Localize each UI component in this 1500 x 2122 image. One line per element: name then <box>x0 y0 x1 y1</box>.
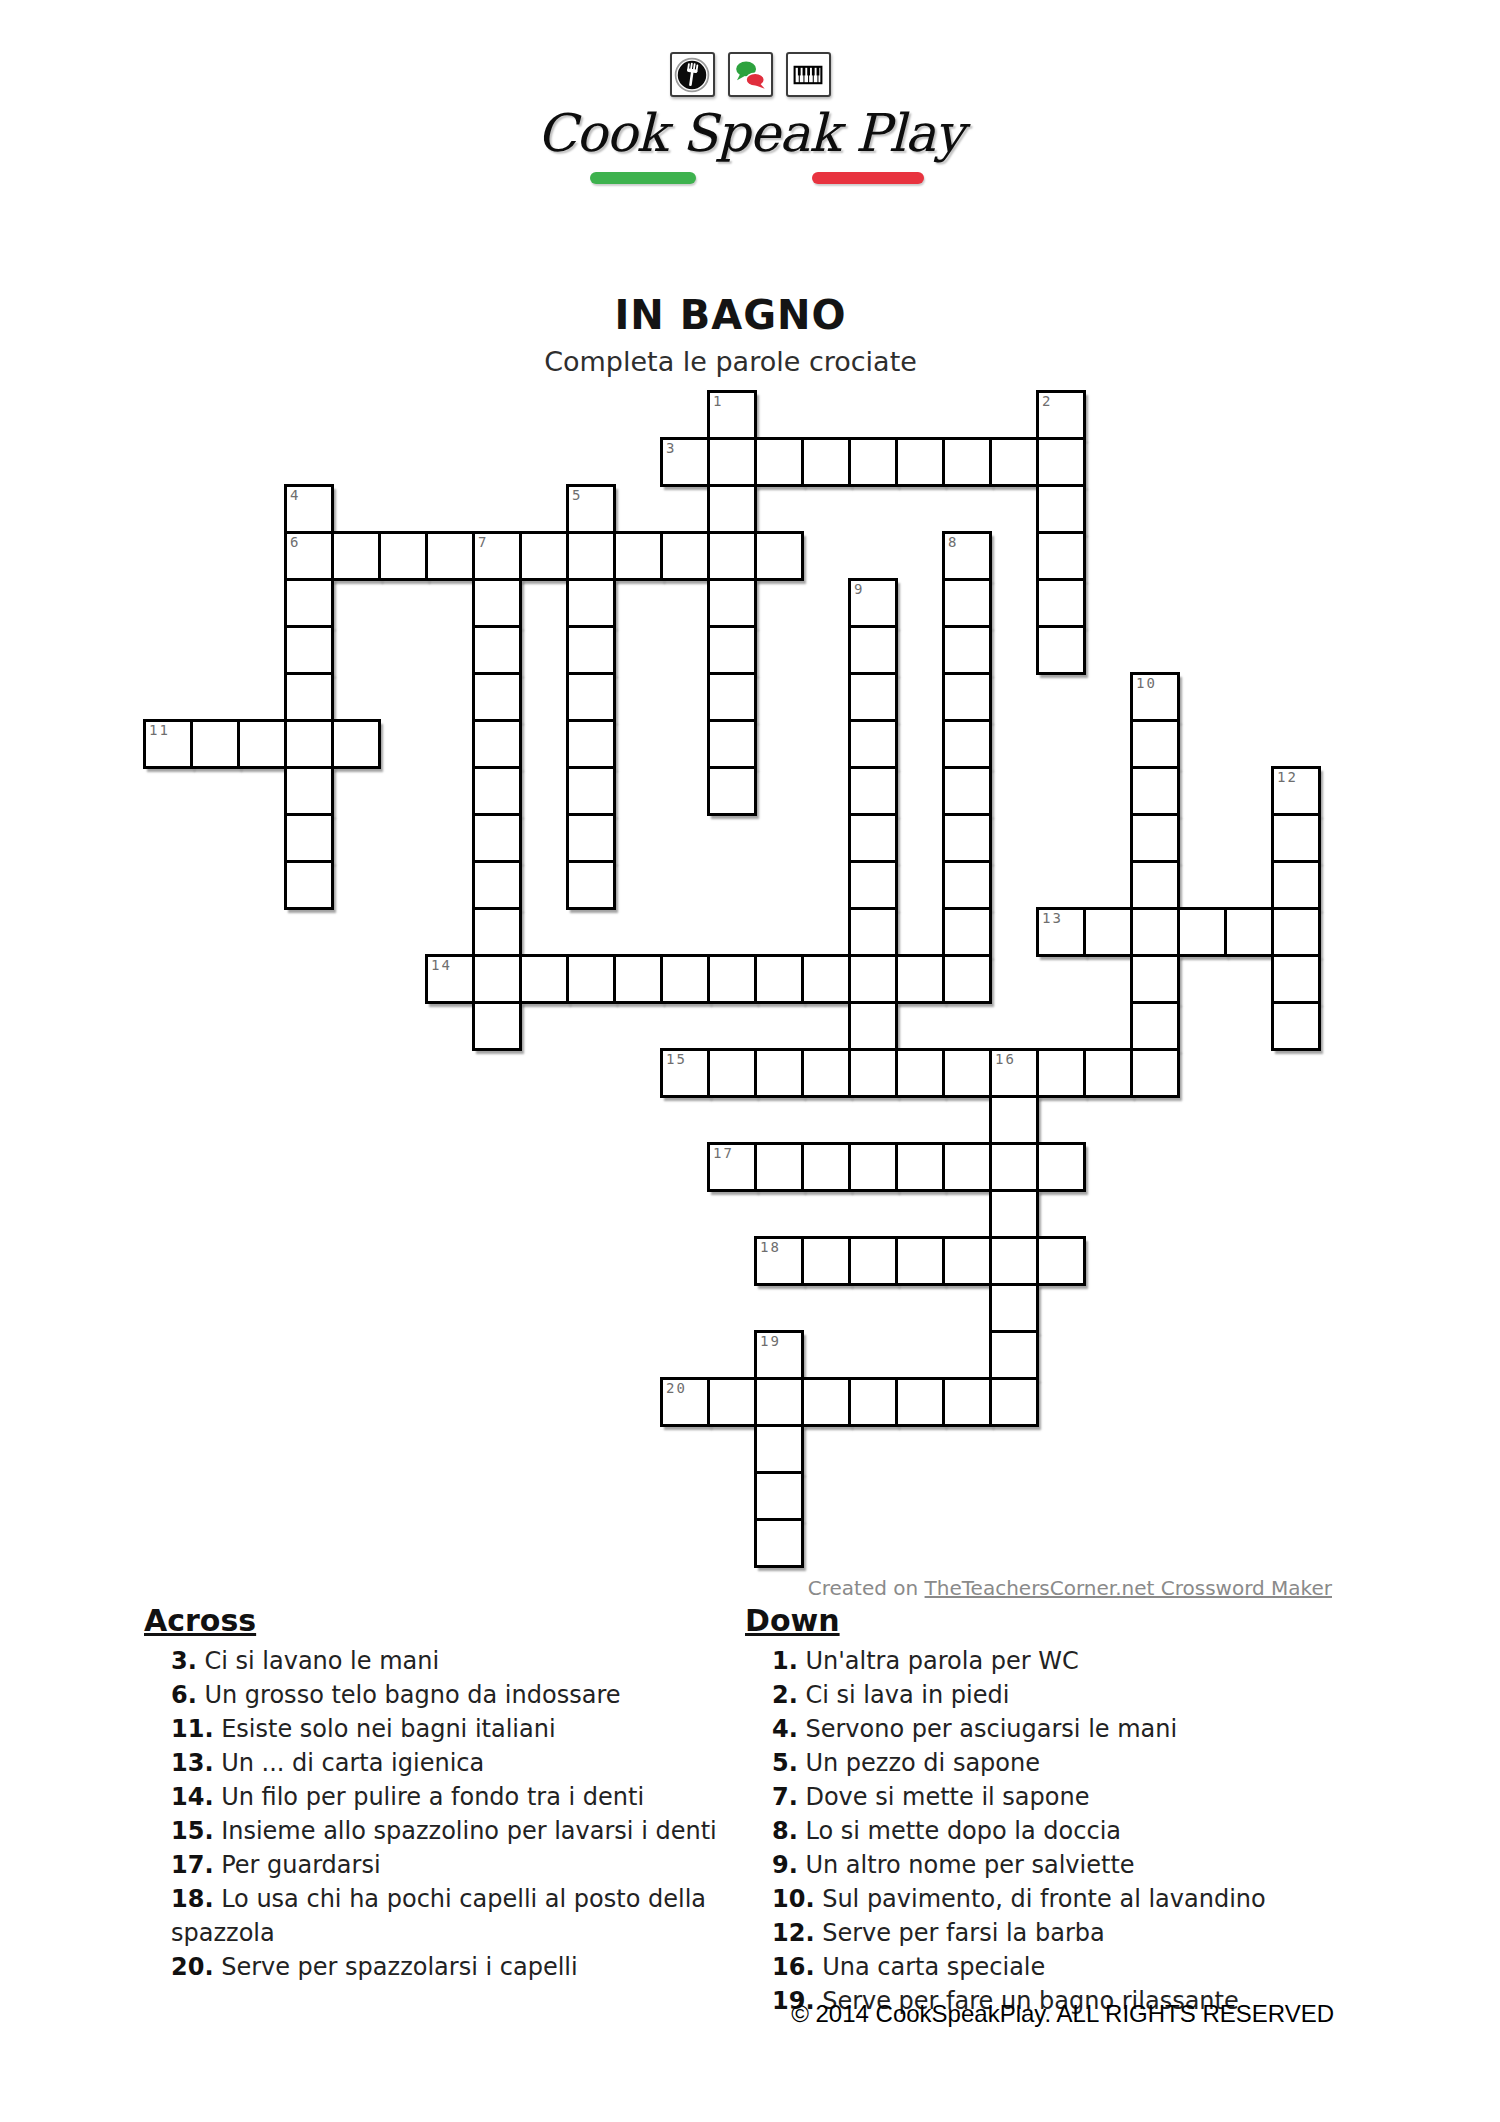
cell-number: 10 <box>1136 675 1157 692</box>
grid-cell[interactable] <box>989 1142 1039 1192</box>
grid-cell[interactable] <box>519 531 569 581</box>
grid-cell[interactable] <box>942 1142 992 1192</box>
cell-number: 16 <box>995 1051 1016 1068</box>
grid-cell[interactable] <box>754 1048 804 1098</box>
grid-cell[interactable] <box>707 578 757 628</box>
grid-cell[interactable] <box>848 1377 898 1427</box>
clue-item: 17. Per guardarsi <box>171 1848 729 1882</box>
grid-cell[interactable] <box>1271 954 1321 1004</box>
grid-cell[interactable] <box>754 1518 804 1568</box>
cell-number: 14 <box>431 957 452 974</box>
grid-cell[interactable] <box>895 437 945 487</box>
grid-cell[interactable] <box>425 531 475 581</box>
grid-cell[interactable] <box>848 860 898 910</box>
grid-cell[interactable] <box>848 813 898 863</box>
grid-cell[interactable] <box>472 813 522 863</box>
down-header: Down <box>745 1603 1355 1639</box>
grid-cell[interactable] <box>848 625 898 675</box>
clue-item: 11. Esiste solo nei bagni italiani <box>171 1712 729 1746</box>
grid-cell[interactable] <box>613 954 663 1004</box>
clue-item: 5. Un pezzo di sapone <box>772 1746 1355 1780</box>
grid-cell[interactable] <box>1130 766 1180 816</box>
grid-cell[interactable] <box>754 954 804 1004</box>
grid-cell[interactable] <box>1130 954 1180 1004</box>
speech-bubbles-icon <box>728 52 773 97</box>
grid-cell[interactable] <box>942 954 992 1004</box>
grid-cell[interactable]: 15 <box>660 1048 710 1098</box>
grid-cell[interactable] <box>754 1424 804 1474</box>
clue-item: 8. Lo si mette dopo la doccia <box>772 1814 1355 1848</box>
grid-cell[interactable] <box>566 672 616 722</box>
clue-item: 16. Una carta speciale <box>772 1950 1355 1984</box>
across-list: 3. Ci si lavano le mani6. Un grosso telo… <box>144 1644 729 1984</box>
grid-cell[interactable]: 5 <box>566 484 616 534</box>
clue-item: 13. Un ... di carta igienica <box>171 1746 729 1780</box>
clue-item: 1. Un'altra parola per WC <box>772 1644 1355 1678</box>
grid-cell[interactable] <box>284 813 334 863</box>
grid-cell[interactable] <box>942 1377 992 1427</box>
grid-cell[interactable] <box>942 625 992 675</box>
grid-cell[interactable] <box>707 1048 757 1098</box>
grid-cell[interactable] <box>472 578 522 628</box>
grid-cell[interactable] <box>1271 860 1321 910</box>
clue-item: 7. Dove si mette il sapone <box>772 1780 1355 1814</box>
grid-cell[interactable] <box>707 484 757 534</box>
worksheet-page: { "page": { "logo": { "title": "Cook Spe… <box>0 0 1500 2122</box>
grid-cell[interactable] <box>284 860 334 910</box>
grid-cell[interactable] <box>801 1377 851 1427</box>
grid-cell[interactable]: 19 <box>754 1330 804 1380</box>
grid-cell[interactable] <box>331 719 381 769</box>
grid-cell[interactable] <box>566 813 616 863</box>
cell-number: 20 <box>666 1380 687 1397</box>
grid-cell[interactable] <box>378 531 428 581</box>
grid-cell[interactable] <box>942 766 992 816</box>
logo-green-underline <box>590 172 696 184</box>
grid-cell[interactable] <box>942 672 992 722</box>
logo-icon-row <box>0 52 1500 97</box>
page-title: IN BAGNO <box>0 292 1461 338</box>
grid-cell[interactable] <box>472 625 522 675</box>
grid-cell[interactable] <box>848 1001 898 1051</box>
grid-cell[interactable] <box>1036 437 1086 487</box>
grid-cell[interactable] <box>566 719 616 769</box>
grid-cell[interactable] <box>284 578 334 628</box>
grid-cell[interactable]: 11 <box>143 719 193 769</box>
grid-cell[interactable] <box>472 860 522 910</box>
grid-cell[interactable]: 14 <box>425 954 475 1004</box>
grid-cell[interactable]: 6 <box>284 531 334 581</box>
grid-cell[interactable]: 20 <box>660 1377 710 1427</box>
grid-cell[interactable] <box>942 860 992 910</box>
credit-line: Created on TheTeachersCorner.net Crosswo… <box>808 1576 1332 1600</box>
clue-item: 4. Servono per asciugarsi le mani <box>772 1712 1355 1746</box>
clue-item: 20. Serve per spazzolarsi i capelli <box>171 1950 729 1984</box>
grid-cell[interactable]: 4 <box>284 484 334 534</box>
grid-cell[interactable] <box>566 578 616 628</box>
grid-cell[interactable] <box>754 1471 804 1521</box>
grid-cell[interactable] <box>942 719 992 769</box>
cell-number: 18 <box>760 1239 781 1256</box>
cell-number: 8 <box>948 534 958 551</box>
grid-cell[interactable]: 18 <box>754 1236 804 1286</box>
cell-number: 15 <box>666 1051 687 1068</box>
clue-item: 2. Ci si lava in piedi <box>772 1678 1355 1712</box>
grid-cell[interactable] <box>848 1236 898 1286</box>
grid-cell[interactable] <box>1130 719 1180 769</box>
grid-cell[interactable] <box>707 625 757 675</box>
cell-number: 2 <box>1042 393 1052 410</box>
grid-cell[interactable] <box>707 437 757 487</box>
grid-cell[interactable] <box>331 531 381 581</box>
grid-cell[interactable] <box>1224 907 1274 957</box>
grid-cell[interactable] <box>1036 1048 1086 1098</box>
grid-cell[interactable] <box>942 907 992 957</box>
grid-cell[interactable] <box>848 954 898 1004</box>
crossword-grid: 1234567891011121314151617181920 <box>143 390 1321 1568</box>
grid-cell[interactable] <box>754 437 804 487</box>
grid-cell[interactable] <box>472 907 522 957</box>
grid-cell[interactable] <box>1083 1048 1133 1098</box>
grid-cell[interactable] <box>942 813 992 863</box>
grid-cell[interactable] <box>1036 1236 1086 1286</box>
cell-number: 12 <box>1277 769 1298 786</box>
grid-cell[interactable]: 1 <box>707 390 757 440</box>
grid-cell[interactable] <box>989 1330 1039 1380</box>
grid-cell[interactable] <box>754 531 804 581</box>
grid-cell[interactable] <box>801 1048 851 1098</box>
grid-cell[interactable] <box>989 1283 1039 1333</box>
grid-cell[interactable] <box>284 719 334 769</box>
grid-cell[interactable] <box>1036 578 1086 628</box>
grid-cell[interactable] <box>801 1142 851 1192</box>
grid-cell[interactable] <box>1083 907 1133 957</box>
grid-cell[interactable] <box>989 1377 1039 1427</box>
grid-cell[interactable] <box>519 954 569 1004</box>
cell-number: 4 <box>290 487 300 504</box>
credit-link[interactable]: TheTeachersCorner.net Crossword Maker <box>925 1576 1332 1600</box>
grid-cell[interactable] <box>848 766 898 816</box>
grid-cell[interactable] <box>942 1236 992 1286</box>
grid-cell[interactable] <box>1130 1048 1180 1098</box>
grid-cell[interactable] <box>895 1377 945 1427</box>
grid-cell[interactable] <box>1130 907 1180 957</box>
clue-item: 12. Serve per farsi la barba <box>772 1916 1355 1950</box>
clue-item: 18. Lo usa chi ha pochi capelli al posto… <box>171 1882 729 1950</box>
cell-number: 6 <box>290 534 300 551</box>
grid-cell[interactable] <box>942 437 992 487</box>
grid-cell[interactable] <box>895 1142 945 1192</box>
grid-cell[interactable] <box>284 625 334 675</box>
grid-cell[interactable]: 8 <box>942 531 992 581</box>
grid-cell[interactable] <box>848 437 898 487</box>
grid-cell[interactable]: 3 <box>660 437 710 487</box>
grid-cell[interactable] <box>566 625 616 675</box>
clue-item: 14. Un filo per pulire a fondo tra i den… <box>171 1780 729 1814</box>
grid-cell[interactable] <box>707 672 757 722</box>
grid-cell[interactable] <box>472 954 522 1004</box>
grid-cell[interactable]: 2 <box>1036 390 1086 440</box>
grid-cell[interactable] <box>1271 907 1321 957</box>
grid-cell[interactable]: 13 <box>1036 907 1086 957</box>
cell-number: 1 <box>713 393 723 410</box>
grid-cell[interactable] <box>754 1142 804 1192</box>
logo-wordmark: Cook Speak Play <box>0 103 1500 163</box>
grid-cell[interactable]: 12 <box>1271 766 1321 816</box>
grid-cell[interactable] <box>942 1048 992 1098</box>
clue-item: 3. Ci si lavano le mani <box>171 1644 729 1678</box>
grid-cell[interactable] <box>1271 813 1321 863</box>
grid-cell[interactable] <box>989 1095 1039 1145</box>
grid-cell[interactable] <box>566 766 616 816</box>
clue-item: 15. Insieme allo spazzolino per lavarsi … <box>171 1814 729 1848</box>
grid-cell[interactable]: 17 <box>707 1142 757 1192</box>
grid-cell[interactable] <box>848 719 898 769</box>
grid-cell[interactable] <box>1130 860 1180 910</box>
grid-cell[interactable] <box>284 672 334 722</box>
grid-cell[interactable] <box>707 531 757 581</box>
grid-cell[interactable] <box>848 1142 898 1192</box>
grid-cell[interactable]: 10 <box>1130 672 1180 722</box>
grid-cell[interactable] <box>1130 813 1180 863</box>
grid-cell[interactable] <box>566 954 616 1004</box>
cell-number: 5 <box>572 487 582 504</box>
grid-cell[interactable] <box>660 531 710 581</box>
across-header: Across <box>144 1603 729 1639</box>
credit-prefix: Created on <box>808 1576 925 1600</box>
clue-item: 9. Un altro nome per salviette <box>772 1848 1355 1882</box>
clue-item: 6. Un grosso telo bagno da indossare <box>171 1678 729 1712</box>
grid-cell[interactable] <box>1177 907 1227 957</box>
grid-cell[interactable] <box>989 437 1039 487</box>
grid-cell[interactable] <box>472 1001 522 1051</box>
grid-cell[interactable] <box>566 860 616 910</box>
grid-cell[interactable] <box>801 437 851 487</box>
grid-cell[interactable] <box>989 1189 1039 1239</box>
grid-cell[interactable] <box>895 1048 945 1098</box>
grid-cell[interactable] <box>989 1236 1039 1286</box>
across-section: Across 3. Ci si lavano le mani6. Un gros… <box>144 1603 729 1984</box>
piano-keys-icon <box>786 52 831 97</box>
grid-cell[interactable] <box>566 531 616 581</box>
grid-cell[interactable]: 9 <box>848 578 898 628</box>
grid-cell[interactable] <box>237 719 287 769</box>
grid-cell[interactable] <box>707 766 757 816</box>
grid-cell[interactable] <box>1130 1001 1180 1051</box>
grid-cell[interactable] <box>801 954 851 1004</box>
grid-cell[interactable] <box>895 1236 945 1286</box>
copyright-footer: © 2014 CookSpeakPlay. ALL RIGHTS RESERVE… <box>791 2000 1334 2028</box>
grid-cell[interactable]: 16 <box>989 1048 1039 1098</box>
grid-cell[interactable] <box>190 719 240 769</box>
grid-cell[interactable] <box>472 672 522 722</box>
grid-cell[interactable] <box>284 766 334 816</box>
page-subtitle: Completa le parole crociate <box>0 346 1461 377</box>
grid-cell[interactable] <box>707 719 757 769</box>
grid-cell[interactable]: 7 <box>472 531 522 581</box>
cell-number: 19 <box>760 1333 781 1350</box>
grid-cell[interactable] <box>707 954 757 1004</box>
cell-number: 7 <box>478 534 488 551</box>
grid-cell[interactable] <box>613 531 663 581</box>
grid-cell[interactable] <box>848 1048 898 1098</box>
clue-item: 10. Sul pavimento, di fronte al lavandin… <box>772 1882 1355 1916</box>
grid-cell[interactable] <box>472 766 522 816</box>
cell-number: 13 <box>1042 910 1063 927</box>
grid-cell[interactable] <box>848 672 898 722</box>
grid-cell[interactable] <box>707 1377 757 1427</box>
grid-cell[interactable] <box>801 1236 851 1286</box>
grid-cell[interactable] <box>1036 1142 1086 1192</box>
grid-cell[interactable] <box>754 1377 804 1427</box>
cell-number: 3 <box>666 440 676 457</box>
fork-plate-icon <box>670 52 715 97</box>
cell-number: 9 <box>854 581 864 598</box>
down-list: 1. Un'altra parola per WC2. Ci si lava i… <box>745 1644 1355 2018</box>
grid-cell[interactable] <box>660 954 710 1004</box>
cell-number: 17 <box>713 1145 734 1162</box>
down-section: Down 1. Un'altra parola per WC2. Ci si l… <box>745 1603 1355 2018</box>
grid-cell[interactable] <box>1036 531 1086 581</box>
grid-cell[interactable] <box>848 907 898 957</box>
grid-cell[interactable] <box>1036 484 1086 534</box>
grid-cell[interactable] <box>472 719 522 769</box>
grid-cell[interactable] <box>942 578 992 628</box>
logo-red-underline <box>812 172 924 184</box>
grid-cell[interactable] <box>1036 625 1086 675</box>
grid-cell[interactable] <box>1271 1001 1321 1051</box>
cell-number: 11 <box>149 722 170 739</box>
grid-cell[interactable] <box>895 954 945 1004</box>
